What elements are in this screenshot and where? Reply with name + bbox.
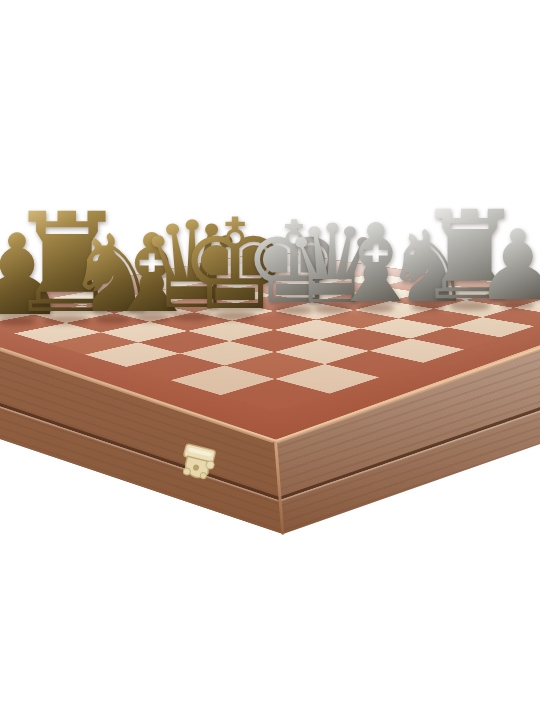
- piece-silver-pawn: ♟: [475, 217, 540, 314]
- product-photo-scene: ♟♜♞♝♛♚♚♛♝♞♜♟: [0, 0, 540, 720]
- clasp-icon: [176, 441, 220, 487]
- brass-clasp: [176, 441, 220, 487]
